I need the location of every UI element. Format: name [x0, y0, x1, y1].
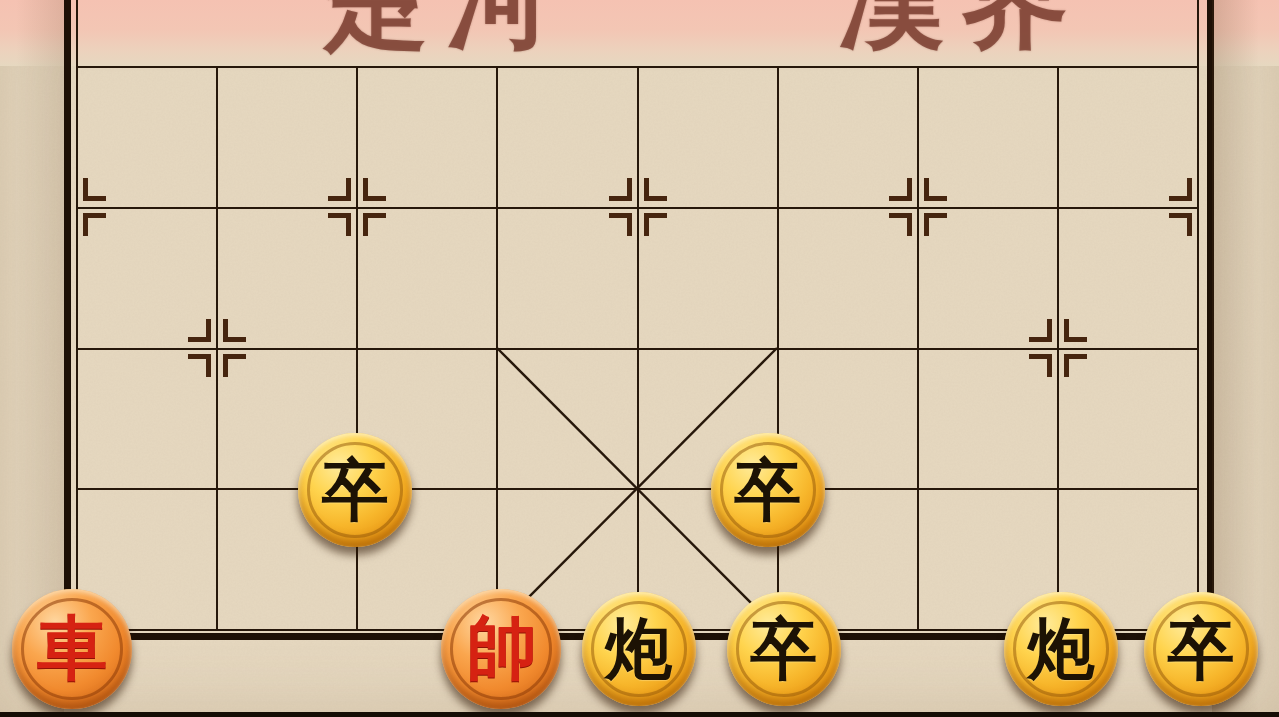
red-chariot-label: 車 [37, 614, 107, 684]
black-soldier-label: 卒 [1168, 616, 1235, 683]
black-soldier-label: 卒 [750, 616, 817, 683]
black-soldier[interactable]: 卒 [298, 433, 412, 547]
black-soldier-label: 卒 [322, 457, 389, 524]
board-grid[interactable] [76, 66, 1199, 631]
position-marker-corner [223, 319, 246, 342]
position-marker-corner [1169, 178, 1192, 201]
black-soldier-label: 卒 [734, 457, 801, 524]
screen-bottom-edge [0, 712, 1279, 717]
position-marker-corner [188, 354, 211, 377]
position-marker-corner [889, 213, 912, 236]
position-marker-corner [328, 178, 351, 201]
position-marker-corner [363, 178, 386, 201]
position-marker-corner [83, 213, 106, 236]
board-cell[interactable] [498, 350, 638, 491]
black-soldier[interactable]: 卒 [711, 433, 825, 547]
left-edge-line [76, 0, 78, 68]
position-marker-corner [328, 213, 351, 236]
black-cannon-label: 炮 [605, 616, 672, 683]
right-edge-line [1197, 0, 1199, 68]
red-general[interactable]: 帥 [441, 589, 561, 709]
black-soldier[interactable]: 卒 [1144, 592, 1258, 706]
position-marker-corner [644, 213, 667, 236]
position-marker-corner [1169, 213, 1192, 236]
black-cannon-label: 炮 [1027, 616, 1094, 683]
black-soldier[interactable]: 卒 [727, 592, 841, 706]
position-marker-corner [924, 213, 947, 236]
position-marker-corner [924, 178, 947, 201]
position-marker-corner [1064, 319, 1087, 342]
red-chariot[interactable]: 車 [12, 589, 132, 709]
position-marker-corner [1029, 354, 1052, 377]
xiangqi-board-screen: 楚河 漢界 車帥卒卒炮卒炮卒 [0, 0, 1279, 717]
position-marker-corner [1029, 319, 1052, 342]
position-marker-corner [188, 319, 211, 342]
position-marker-corner [1064, 354, 1087, 377]
red-general-label: 帥 [466, 614, 536, 684]
black-cannon[interactable]: 炮 [1004, 592, 1118, 706]
position-marker-corner [889, 178, 912, 201]
position-marker-corner [644, 178, 667, 201]
position-marker-corner [609, 213, 632, 236]
black-cannon[interactable]: 炮 [582, 592, 696, 706]
position-marker-corner [83, 178, 106, 201]
position-marker-corner [609, 178, 632, 201]
position-marker-corner [363, 213, 386, 236]
position-marker-corner [223, 354, 246, 377]
